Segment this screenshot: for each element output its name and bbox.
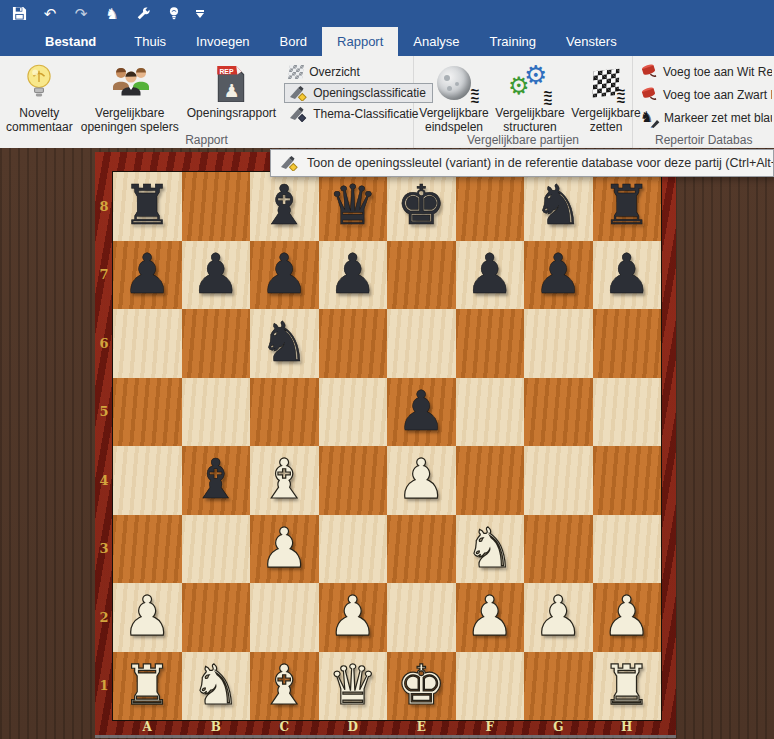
tooltip: Toon de openingssleutel (variant) in de … xyxy=(270,149,774,177)
square-d8[interactable]: ♛ xyxy=(319,172,388,241)
square-g5[interactable] xyxy=(524,378,593,447)
svg-text:♟: ♟ xyxy=(224,80,240,101)
square-d5[interactable] xyxy=(319,378,388,447)
square-a2[interactable]: ♟ xyxy=(113,583,182,652)
redo-icon[interactable]: ↷ xyxy=(72,5,90,23)
save-icon[interactable] xyxy=(10,5,28,23)
square-c5[interactable] xyxy=(250,378,319,447)
menu-item-label: Voeg toe aan Zwart R xyxy=(663,88,772,102)
ribbon-group-rapport: Novelty commentaar Vergelijkbare opening… xyxy=(0,56,414,148)
board-panel: 87654321 ♜♝♛♚♞♜♟♟♟♟♟♟♟♞♟♝♝♟♟♞♟♟♟♟♟♜♞♝♛♚♜… xyxy=(0,148,774,739)
rank-label-1: 1 xyxy=(95,652,113,721)
piece-white-bishop[interactable]: ♝ xyxy=(250,652,319,721)
square-e2[interactable] xyxy=(387,583,456,652)
report-document-icon: REP♟ xyxy=(216,60,246,106)
ribbon-group-repertoir-database: Voeg toe aan Wit Rep Voeg toe aan Zwart … xyxy=(633,56,774,148)
square-g7[interactable]: ♟ xyxy=(524,241,593,310)
square-e6[interactable] xyxy=(387,309,456,378)
square-f6[interactable] xyxy=(456,309,525,378)
players-icon xyxy=(109,60,151,106)
rank-label-8: 8 xyxy=(95,172,113,241)
button-label: Vergelijkbare xyxy=(419,106,488,120)
square-d6[interactable] xyxy=(319,309,388,378)
piece-white-rook[interactable]: ♜ xyxy=(593,652,662,721)
piece-black-rook[interactable]: ♜ xyxy=(113,172,182,241)
tab-training[interactable]: Training xyxy=(475,27,551,56)
rank-label-4: 4 xyxy=(95,446,113,515)
square-g8[interactable]: ♞ xyxy=(524,172,593,241)
square-g4[interactable] xyxy=(524,446,593,515)
square-e5[interactable]: ♟ xyxy=(387,378,456,447)
button-label: commentaar xyxy=(6,120,73,134)
rank-label-2: 2 xyxy=(95,583,113,652)
button-label: Vergelijkbare xyxy=(571,106,640,120)
square-a4[interactable] xyxy=(113,446,182,515)
file-label-g: G xyxy=(524,720,593,735)
ribbon-group-vergelijkbare-partijen: ≈≈ Vergelijkbare eindspelen ⚙⚙ ≈≈ Vergel… xyxy=(414,56,633,148)
button-label: Openingsrapport xyxy=(187,106,276,120)
square-f8[interactable] xyxy=(456,172,525,241)
square-c6[interactable]: ♞ xyxy=(250,309,319,378)
group-label-rapport: Rapport xyxy=(0,133,413,147)
button-label: openingen spelers xyxy=(81,120,179,134)
square-a3[interactable] xyxy=(113,515,182,584)
square-b4[interactable]: ♝ xyxy=(182,446,251,515)
classification-pen-icon xyxy=(280,155,298,171)
voeg-toe-aan-zwart-repertoire-button[interactable]: Voeg toe aan Zwart R xyxy=(640,84,772,105)
novelty-commentaar-button[interactable]: Novelty commentaar xyxy=(2,59,77,135)
lightbulb-icon[interactable] xyxy=(165,5,183,23)
piece-white-pawn[interactable]: ♟ xyxy=(319,583,388,652)
button-label: Vergelijkbare xyxy=(95,106,164,120)
square-e8[interactable]: ♚ xyxy=(387,172,456,241)
piece-black-pawn[interactable]: ♟ xyxy=(319,241,388,310)
square-b6[interactable] xyxy=(182,309,251,378)
square-d3[interactable] xyxy=(319,515,388,584)
square-h2[interactable]: ♟ xyxy=(593,583,662,652)
overview-grid-icon xyxy=(288,65,304,79)
square-f1[interactable] xyxy=(456,652,525,721)
square-h3[interactable] xyxy=(593,515,662,584)
rank-label-6: 6 xyxy=(95,309,113,378)
rank-label-7: 7 xyxy=(95,241,113,310)
square-b2[interactable] xyxy=(182,583,251,652)
piece-black-knight[interactable]: ♞ xyxy=(524,172,593,241)
square-g2[interactable]: ♟ xyxy=(524,583,593,652)
markeer-zet-met-blauw-button[interactable]: ♞ Markeer zet met blauw xyxy=(640,107,772,128)
piece-white-bishop[interactable]: ♝ xyxy=(250,446,319,515)
tooltip-text: Toon de openingssleutel (variant) in de … xyxy=(307,156,774,170)
square-e4[interactable]: ♟ xyxy=(387,446,456,515)
piece-black-pawn[interactable]: ♟ xyxy=(593,241,662,310)
square-f4[interactable] xyxy=(456,446,525,515)
rank-label-3: 3 xyxy=(95,515,113,584)
gears-icon: ⚙⚙ ≈≈ xyxy=(510,60,550,106)
menu-item-label: Overzicht xyxy=(309,65,360,79)
piece-black-king[interactable]: ♚ xyxy=(387,172,456,241)
square-h1[interactable]: ♜ xyxy=(593,652,662,721)
square-g1[interactable] xyxy=(524,652,593,721)
file-label-a: A xyxy=(113,720,182,735)
square-e3[interactable] xyxy=(387,515,456,584)
piece-black-pawn[interactable]: ♟ xyxy=(524,241,593,310)
button-label: Novelty xyxy=(19,106,59,120)
square-c1[interactable]: ♝ xyxy=(250,652,319,721)
file-label-f: F xyxy=(456,720,525,735)
square-h6[interactable] xyxy=(593,309,662,378)
square-c7[interactable]: ♟ xyxy=(250,241,319,310)
overzicht-button[interactable]: Overzicht xyxy=(284,62,433,82)
openingsrapport-button[interactable]: REP♟ Openingsrapport xyxy=(183,59,280,121)
quick-access-toolbar: ↶ ↷ ♞ xyxy=(0,0,774,27)
square-f5[interactable] xyxy=(456,378,525,447)
square-f7[interactable]: ♟ xyxy=(456,241,525,310)
piece-white-pawn[interactable]: ♟ xyxy=(593,583,662,652)
openingsclassificatie-button[interactable]: Openingsclassificatie xyxy=(284,83,433,103)
menu-item-label: Thema-Classificatie xyxy=(313,107,418,121)
piece-white-pawn[interactable]: ♟ xyxy=(250,515,319,584)
piece-white-pawn[interactable]: ♟ xyxy=(387,446,456,515)
menu-item-label: Voeg toe aan Wit Rep xyxy=(663,65,772,79)
square-g3[interactable] xyxy=(524,515,593,584)
square-b8[interactable] xyxy=(182,172,251,241)
square-h8[interactable]: ♜ xyxy=(593,172,662,241)
square-e1[interactable]: ♚ xyxy=(387,652,456,721)
wrench-icon[interactable] xyxy=(134,5,152,23)
square-d4[interactable] xyxy=(319,446,388,515)
square-a8[interactable]: ♜ xyxy=(113,172,182,241)
button-label: structuren xyxy=(503,120,556,134)
piece-black-queen[interactable]: ♛ xyxy=(319,172,388,241)
add-black-repertoire-icon xyxy=(640,86,657,104)
thema-classificatie-button[interactable]: Thema-Classificatie xyxy=(284,104,433,124)
piece-white-king[interactable]: ♚ xyxy=(387,652,456,721)
ribbon-tab-bar: Bestand Thuis Invoegen Bord Rapport Anal… xyxy=(0,27,774,56)
square-b1[interactable]: ♞ xyxy=(182,652,251,721)
mark-move-blue-pen-icon: ♞ xyxy=(640,109,658,126)
square-b3[interactable] xyxy=(182,515,251,584)
square-d2[interactable]: ♟ xyxy=(319,583,388,652)
square-a6[interactable] xyxy=(113,309,182,378)
voeg-toe-aan-wit-repertoire-button[interactable]: Voeg toe aan Wit Rep xyxy=(640,61,772,82)
vergelijkbare-eindspelen-button[interactable]: ≈≈ Vergelijkbare eindspelen xyxy=(416,59,492,135)
rank-labels: 87654321 xyxy=(95,172,113,720)
square-c2[interactable] xyxy=(250,583,319,652)
moon-icon: ≈≈ xyxy=(437,60,471,106)
piece-white-pawn[interactable]: ♟ xyxy=(456,583,525,652)
file-label-c: C xyxy=(250,720,319,735)
rank-label-5: 5 xyxy=(95,378,113,447)
button-label: zetten xyxy=(590,120,623,134)
tab-bord[interactable]: Bord xyxy=(265,27,322,56)
square-c3[interactable]: ♟ xyxy=(250,515,319,584)
square-a1[interactable]: ♜ xyxy=(113,652,182,721)
square-d1[interactable]: ♛ xyxy=(319,652,388,721)
vergelijkbare-openingen-spelers-button[interactable]: Vergelijkbare openingen spelers xyxy=(77,59,183,135)
classification-pen-icon xyxy=(289,85,307,101)
square-c4[interactable]: ♝ xyxy=(250,446,319,515)
checkerboard-icon: ≈≈ xyxy=(593,60,619,106)
piece-black-rook[interactable]: ♜ xyxy=(593,172,662,241)
piece-white-knight[interactable]: ♞ xyxy=(456,515,525,584)
menu-item-label: Markeer zet met blauw xyxy=(664,111,772,125)
square-e7[interactable] xyxy=(387,241,456,310)
piece-white-pawn[interactable]: ♟ xyxy=(113,583,182,652)
tab-vensters[interactable]: Vensters xyxy=(551,27,632,56)
square-h5[interactable] xyxy=(593,378,662,447)
piece-black-pawn[interactable]: ♟ xyxy=(387,378,456,447)
square-a5[interactable] xyxy=(113,378,182,447)
piece-white-knight[interactable]: ♞ xyxy=(182,652,251,721)
piece-black-pawn[interactable]: ♟ xyxy=(456,241,525,310)
group-label-vergelijkbare-partijen: Vergelijkbare partijen xyxy=(414,133,632,147)
toolbar-options-icon[interactable] xyxy=(196,10,204,18)
tab-invoegen[interactable]: Invoegen xyxy=(181,27,265,56)
menu-item-label: Openingsclassificatie xyxy=(313,86,426,100)
piece-black-knight[interactable]: ♞ xyxy=(250,309,319,378)
add-white-repertoire-icon xyxy=(640,63,657,81)
file-label-h: H xyxy=(593,720,662,735)
square-a7[interactable]: ♟ xyxy=(113,241,182,310)
group-label-repertoir-database: Repertoir Databas xyxy=(633,133,774,147)
file-label-d: D xyxy=(319,720,388,735)
square-c8[interactable]: ♝ xyxy=(250,172,319,241)
piece-black-bishop[interactable]: ♝ xyxy=(250,172,319,241)
button-label: eindspelen xyxy=(425,120,483,134)
file-label-e: E xyxy=(387,720,456,735)
square-b5[interactable] xyxy=(182,378,251,447)
svg-text:REP: REP xyxy=(220,68,235,75)
button-label: Vergelijkbare xyxy=(495,106,564,120)
tab-analyse[interactable]: Analyse xyxy=(398,27,474,56)
piece-black-pawn[interactable]: ♟ xyxy=(182,241,251,310)
chess-board[interactable]: ♜♝♛♚♞♜♟♟♟♟♟♟♟♞♟♝♝♟♟♞♟♟♟♟♟♜♞♝♛♚♜ xyxy=(113,172,661,720)
piece-black-pawn[interactable]: ♟ xyxy=(250,241,319,310)
chess-board-frame: 87654321 ♜♝♛♚♞♜♟♟♟♟♟♟♟♞♟♝♝♟♟♞♟♟♟♟♟♜♞♝♛♚♜… xyxy=(95,152,676,735)
tab-bestand[interactable]: Bestand xyxy=(28,27,113,56)
piece-black-bishop[interactable]: ♝ xyxy=(182,446,251,515)
piece-black-pawn[interactable]: ♟ xyxy=(113,241,182,310)
square-g6[interactable] xyxy=(524,309,593,378)
file-labels: ABCDEFGH xyxy=(113,720,661,735)
file-label-b: B xyxy=(182,720,251,735)
square-h7[interactable]: ♟ xyxy=(593,241,662,310)
theme-classification-pen-icon xyxy=(289,106,307,122)
square-f2[interactable]: ♟ xyxy=(456,583,525,652)
lightbulb-icon xyxy=(22,60,56,106)
ribbon: Novelty commentaar Vergelijkbare opening… xyxy=(0,56,774,148)
vergelijkbare-structuren-button[interactable]: ⚙⚙ ≈≈ Vergelijkbare structuren xyxy=(492,59,568,135)
square-f3[interactable]: ♞ xyxy=(456,515,525,584)
piece-white-rook[interactable]: ♜ xyxy=(113,652,182,721)
square-d7[interactable]: ♟ xyxy=(319,241,388,310)
undo-icon[interactable]: ↶ xyxy=(41,5,59,23)
piece-white-pawn[interactable]: ♟ xyxy=(524,583,593,652)
square-b7[interactable]: ♟ xyxy=(182,241,251,310)
square-h4[interactable] xyxy=(593,446,662,515)
knight-icon[interactable]: ♞ xyxy=(103,5,121,23)
tab-thuis[interactable]: Thuis xyxy=(119,27,181,56)
piece-white-queen[interactable]: ♛ xyxy=(319,652,388,721)
tab-rapport[interactable]: Rapport xyxy=(322,27,398,56)
